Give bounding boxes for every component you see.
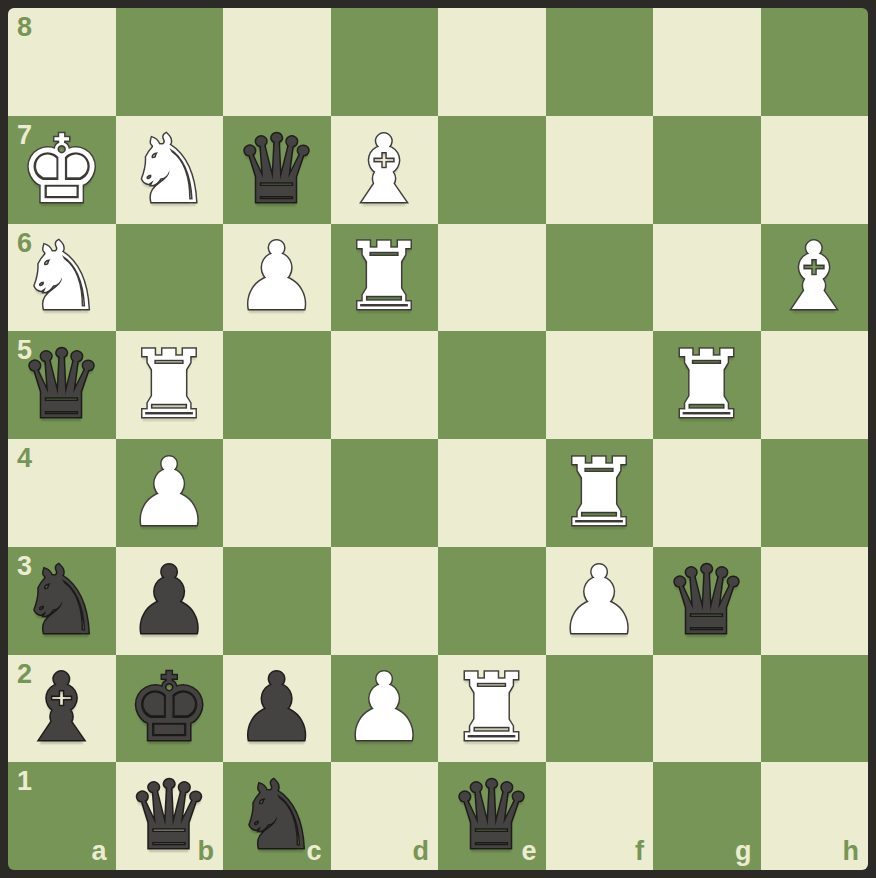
square-d8[interactable] <box>331 8 439 116</box>
square-e4[interactable] <box>438 439 546 547</box>
square-g1[interactable]: g <box>653 762 761 870</box>
piece-white-knight[interactable]: ♞ <box>127 123 211 217</box>
square-a7[interactable]: 7♚ <box>8 116 116 224</box>
square-b5[interactable]: ♜ <box>116 331 224 439</box>
file-label: h <box>843 838 860 865</box>
square-a5[interactable]: 5♛ <box>8 331 116 439</box>
square-c1[interactable]: c♞ <box>223 762 331 870</box>
square-e1[interactable]: e♛ <box>438 762 546 870</box>
square-e3[interactable] <box>438 547 546 655</box>
square-b2[interactable]: ♚ <box>116 655 224 763</box>
square-h6[interactable]: ♝ <box>761 224 869 332</box>
square-b8[interactable] <box>116 8 224 116</box>
square-g8[interactable] <box>653 8 761 116</box>
piece-white-rook[interactable]: ♜ <box>450 661 534 755</box>
piece-white-rook[interactable]: ♜ <box>342 230 426 324</box>
square-g2[interactable] <box>653 655 761 763</box>
piece-white-rook[interactable]: ♜ <box>665 338 749 432</box>
square-g7[interactable] <box>653 116 761 224</box>
file-label: d <box>413 838 430 865</box>
square-d2[interactable]: ♟ <box>331 655 439 763</box>
piece-white-pawn[interactable]: ♟ <box>235 230 319 324</box>
piece-black-pawn[interactable]: ♟ <box>127 554 211 648</box>
square-e5[interactable] <box>438 331 546 439</box>
square-c2[interactable]: ♟ <box>223 655 331 763</box>
square-a6[interactable]: 6♞ <box>8 224 116 332</box>
square-b6[interactable] <box>116 224 224 332</box>
square-h5[interactable] <box>761 331 869 439</box>
piece-white-rook[interactable]: ♜ <box>557 446 641 540</box>
square-a3[interactable]: 3♞ <box>8 547 116 655</box>
piece-black-queen[interactable]: ♛ <box>235 123 319 217</box>
square-b1[interactable]: b♛ <box>116 762 224 870</box>
square-c8[interactable] <box>223 8 331 116</box>
piece-white-pawn[interactable]: ♟ <box>127 446 211 540</box>
square-a1[interactable]: 1a <box>8 762 116 870</box>
square-d3[interactable] <box>331 547 439 655</box>
file-label: f <box>635 838 644 865</box>
piece-black-pawn[interactable]: ♟ <box>235 661 319 755</box>
square-a2[interactable]: 2♝ <box>8 655 116 763</box>
square-f4[interactable]: ♜ <box>546 439 654 547</box>
square-h3[interactable] <box>761 547 869 655</box>
square-h4[interactable] <box>761 439 869 547</box>
square-b4[interactable]: ♟ <box>116 439 224 547</box>
square-g6[interactable] <box>653 224 761 332</box>
piece-white-knight[interactable]: ♞ <box>20 230 104 324</box>
square-e8[interactable] <box>438 8 546 116</box>
square-c3[interactable] <box>223 547 331 655</box>
square-g4[interactable] <box>653 439 761 547</box>
square-f5[interactable] <box>546 331 654 439</box>
square-h7[interactable] <box>761 116 869 224</box>
piece-black-bishop[interactable]: ♝ <box>20 661 104 755</box>
square-h2[interactable] <box>761 655 869 763</box>
square-g3[interactable]: ♛ <box>653 547 761 655</box>
piece-black-knight[interactable]: ♞ <box>235 769 319 863</box>
square-d7[interactable]: ♝ <box>331 116 439 224</box>
square-e6[interactable] <box>438 224 546 332</box>
square-c5[interactable] <box>223 331 331 439</box>
square-f2[interactable] <box>546 655 654 763</box>
piece-white-bishop[interactable]: ♝ <box>342 123 426 217</box>
square-f6[interactable] <box>546 224 654 332</box>
square-f3[interactable]: ♟ <box>546 547 654 655</box>
square-d4[interactable] <box>331 439 439 547</box>
piece-black-queen[interactable]: ♛ <box>450 769 534 863</box>
square-h1[interactable]: h <box>761 762 869 870</box>
file-label: a <box>91 838 106 865</box>
square-b3[interactable]: ♟ <box>116 547 224 655</box>
rank-label: 8 <box>17 14 32 41</box>
piece-white-rook[interactable]: ♜ <box>127 338 211 432</box>
square-c4[interactable] <box>223 439 331 547</box>
piece-white-pawn[interactable]: ♟ <box>342 661 426 755</box>
square-f7[interactable] <box>546 116 654 224</box>
piece-black-queen[interactable]: ♛ <box>665 554 749 648</box>
square-f1[interactable]: f <box>546 762 654 870</box>
square-b7[interactable]: ♞ <box>116 116 224 224</box>
square-e7[interactable] <box>438 116 546 224</box>
rank-label: 4 <box>17 445 32 472</box>
piece-black-king[interactable]: ♚ <box>127 661 211 755</box>
square-e2[interactable]: ♜ <box>438 655 546 763</box>
square-a4[interactable]: 4 <box>8 439 116 547</box>
chess-board-frame: 87♚♞♛♝6♞♟♜♝5♛♜♜4♟♜3♞♟♟♛2♝♚♟♟♜1ab♛c♞de♛fg… <box>0 0 876 878</box>
piece-black-knight[interactable]: ♞ <box>20 554 104 648</box>
square-c7[interactable]: ♛ <box>223 116 331 224</box>
square-d1[interactable]: d <box>331 762 439 870</box>
file-label: g <box>735 838 752 865</box>
square-d6[interactable]: ♜ <box>331 224 439 332</box>
square-h8[interactable] <box>761 8 869 116</box>
piece-black-queen[interactable]: ♛ <box>20 338 104 432</box>
piece-white-bishop[interactable]: ♝ <box>772 230 856 324</box>
piece-black-queen[interactable]: ♛ <box>127 769 211 863</box>
square-g5[interactable]: ♜ <box>653 331 761 439</box>
square-a8[interactable]: 8 <box>8 8 116 116</box>
rank-label: 1 <box>17 768 32 795</box>
square-d5[interactable] <box>331 331 439 439</box>
piece-white-king[interactable]: ♚ <box>20 123 104 217</box>
square-f8[interactable] <box>546 8 654 116</box>
chess-board: 87♚♞♛♝6♞♟♜♝5♛♜♜4♟♜3♞♟♟♛2♝♚♟♟♜1ab♛c♞de♛fg… <box>8 8 868 870</box>
piece-white-pawn[interactable]: ♟ <box>557 554 641 648</box>
square-c6[interactable]: ♟ <box>223 224 331 332</box>
